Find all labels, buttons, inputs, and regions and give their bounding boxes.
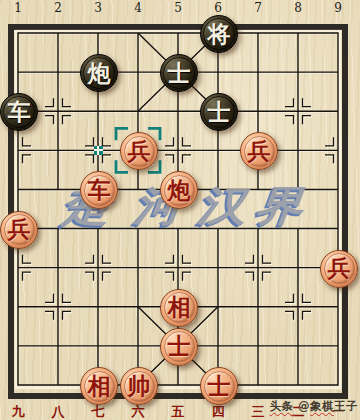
piece-character: 兵 [8,217,31,240]
watermark: 头条 @象棋王子 [269,399,358,414]
piece-character: 士 [208,374,231,397]
intersection-f9-r7[interactable] [318,287,358,326]
intersection-f7-r0[interactable] [238,13,278,52]
piece-black-cannon[interactable]: 炮 [80,54,118,92]
intersection-f4-r7[interactable] [118,287,158,326]
intersection-f1-r7[interactable] [0,287,38,326]
intersection-f6-r8[interactable] [198,326,238,365]
intersection-f8-r7[interactable] [278,287,318,326]
piece-character: 士 [168,61,191,84]
intersection-f2-r0[interactable] [38,13,78,52]
watermark-text: 头条 [269,399,293,413]
piece-character: 炮 [88,61,111,84]
intersection-f8-r5[interactable] [278,209,318,248]
intersection-f3-r2[interactable] [78,92,118,131]
intersection-f3-r5[interactable] [78,209,118,248]
intersection-f9-r2[interactable] [318,92,358,131]
piece-red-advisor[interactable]: 士 [200,367,238,405]
intersection-f8-r4[interactable] [278,170,318,209]
piece-red-elephant[interactable]: 相 [160,289,198,327]
intersection-f5-r9[interactable] [158,365,198,404]
intersection-f6-r7[interactable] [198,287,238,326]
intersection-f1-r3[interactable] [0,131,38,170]
intersection-f4-r1[interactable] [118,53,158,92]
intersection-f8-r8[interactable] [278,326,318,365]
piece-red-elephant[interactable]: 相 [80,367,118,405]
intersection-f7-r5[interactable] [238,209,278,248]
piece-character: 车 [88,178,111,201]
intersection-f6-r1[interactable] [198,53,238,92]
piece-character: 车 [8,100,31,123]
file-label-bottom-四: 四 [207,403,229,420]
piece-character: 兵 [128,139,151,162]
intersection-f8-r6[interactable] [278,248,318,287]
watermark-text: @ [293,399,310,413]
intersection-f4-r8[interactable] [118,326,158,365]
piece-black-chariot[interactable]: 车 [0,93,38,131]
intersection-f7-r1[interactable] [238,53,278,92]
intersection-f3-r3[interactable] [78,131,118,170]
intersection-f3-r7[interactable] [78,287,118,326]
intersection-f1-r4[interactable] [0,170,38,209]
intersection-f5-r3[interactable] [158,131,198,170]
piece-black-general[interactable]: 将 [200,15,238,53]
intersection-f1-r9[interactable] [0,365,38,404]
piece-character: 兵 [328,256,351,279]
intersection-f9-r8[interactable] [318,326,358,365]
intersection-f9-r5[interactable] [318,209,358,248]
intersection-f2-r1[interactable] [38,53,78,92]
file-label-bottom-三: 三 [247,403,269,420]
intersection-f3-r6[interactable] [78,248,118,287]
intersection-f2-r9[interactable] [38,365,78,404]
intersection-f4-r4[interactable] [118,170,158,209]
intersection-f4-r2[interactable] [118,92,158,131]
intersection-f4-r5[interactable] [118,209,158,248]
intersection-f2-r5[interactable] [38,209,78,248]
piece-character: 将 [208,22,231,45]
watermark-text: 象棋 [310,399,334,413]
piece-character: 炮 [168,178,191,201]
intersection-f9-r1[interactable] [318,53,358,92]
watermark-text: 王子 [334,399,358,413]
intersection-f3-r0[interactable] [78,13,118,52]
intersection-f7-r6[interactable] [238,248,278,287]
file-label-bottom-八: 八 [47,403,69,420]
intersection-f5-r5[interactable] [158,209,198,248]
intersection-f7-r7[interactable] [238,287,278,326]
file-label-bottom-九: 九 [7,403,29,420]
intersection-f2-r8[interactable] [38,326,78,365]
file-label-bottom-五: 五 [167,403,189,420]
piece-character: 士 [168,334,191,357]
piece-red-soldier[interactable]: 兵 [0,211,38,249]
intersection-f2-r3[interactable] [38,131,78,170]
file-label-bottom-七: 七 [87,403,109,420]
piece-black-advisor[interactable]: 士 [200,93,238,131]
piece-red-general[interactable]: 帅 [120,367,158,405]
intersection-f9-r3[interactable] [318,131,358,170]
intersection-f4-r0[interactable] [118,13,158,52]
file-label-bottom-六: 六 [127,403,149,420]
intersection-f4-r6[interactable] [118,248,158,287]
intersection-f5-r0[interactable] [158,13,198,52]
intersection-f2-r7[interactable] [38,287,78,326]
intersection-f1-r1[interactable] [0,53,38,92]
intersection-f6-r5[interactable] [198,209,238,248]
intersection-f2-r4[interactable] [38,170,78,209]
intersection-f7-r4[interactable] [238,170,278,209]
intersection-f7-r8[interactable] [238,326,278,365]
intersection-f9-r0[interactable] [318,13,358,52]
intersection-f6-r6[interactable] [198,248,238,287]
piece-character: 帅 [128,374,151,397]
intersection-f8-r1[interactable] [278,53,318,92]
piece-red-advisor[interactable]: 士 [160,328,198,366]
intersection-f5-r2[interactable] [158,92,198,131]
intersection-f2-r6[interactable] [38,248,78,287]
piece-character: 士 [208,100,231,123]
intersection-f8-r0[interactable] [278,13,318,52]
piece-character: 兵 [248,139,271,162]
xiangqi-app: 楚河 汉界 123456789 九八七六五四三二一 将炮士车士兵兵车炮兵兵相士相… [0,0,360,420]
intersection-f2-r2[interactable] [38,92,78,131]
intersection-f6-r3[interactable] [198,131,238,170]
intersection-f8-r3[interactable] [278,131,318,170]
intersection-f5-r6[interactable] [158,248,198,287]
piece-character: 相 [88,374,111,397]
piece-red-soldier[interactable]: 兵 [320,250,358,288]
intersection-f1-r6[interactable] [0,248,38,287]
intersection-f1-r0[interactable] [0,13,38,52]
intersection-f1-r8[interactable] [0,326,38,365]
intersection-f6-r4[interactable] [198,170,238,209]
piece-character: 相 [168,295,191,318]
intersection-f8-r2[interactable] [278,92,318,131]
intersection-f7-r2[interactable] [238,92,278,131]
piece-black-advisor[interactable]: 士 [160,54,198,92]
intersection-f9-r4[interactable] [318,170,358,209]
intersection-f3-r8[interactable] [78,326,118,365]
